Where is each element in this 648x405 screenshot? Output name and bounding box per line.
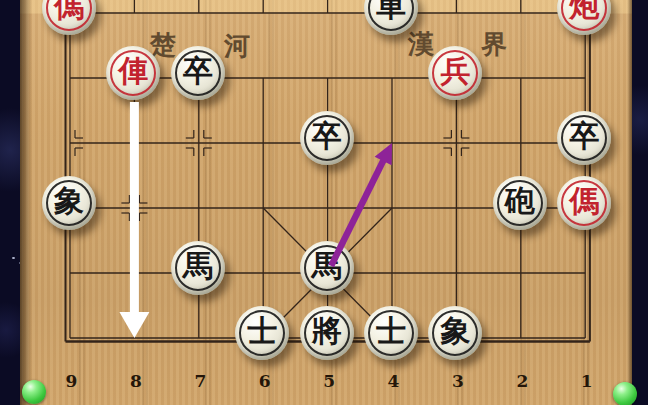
file-label-4: 4 — [388, 371, 400, 391]
board-left-bevel — [20, 0, 32, 405]
piece-glyph: 傌 — [54, 0, 84, 21]
piece-black-cannon-f2-r7[interactable]: 砲 — [493, 176, 547, 230]
board-right-bevel — [627, 0, 632, 405]
piece-glyph: 傌 — [569, 186, 599, 216]
piece-glyph: 砲 — [505, 186, 535, 216]
piece-glyph: 炮 — [569, 0, 599, 21]
piece-red-horse-f1-r7[interactable]: 傌 — [557, 176, 611, 230]
background-speck — [12, 257, 15, 259]
piece-glyph: 象 — [440, 316, 470, 346]
file-label-5: 5 — [323, 371, 335, 391]
file-label-6: 6 — [259, 371, 271, 391]
piece-black-general-f5-r9[interactable]: 將 — [300, 306, 354, 360]
piece-black-horse-f7-r8[interactable]: 馬 — [171, 241, 225, 295]
piece-glyph: 士 — [247, 316, 277, 346]
piece-glyph: 士 — [376, 316, 406, 346]
piece-black-soldier-f5-r6[interactable]: 卒 — [300, 111, 354, 165]
piece-glyph: 將 — [312, 316, 342, 346]
river-char-4: 界 — [481, 27, 507, 62]
green-ball-left-icon — [22, 380, 46, 404]
piece-black-elephant-f9-r7[interactable]: 象 — [42, 176, 96, 230]
file-label-2: 2 — [516, 371, 528, 391]
river-char-3: 漢 — [408, 27, 434, 62]
piece-glyph: 卒 — [183, 56, 213, 86]
river-char-2: 河 — [224, 29, 250, 64]
piece-black-advisor-f4-r9[interactable]: 士 — [364, 306, 418, 360]
piece-black-soldier-f1-r6[interactable]: 卒 — [557, 111, 611, 165]
file-label-3: 3 — [452, 371, 464, 391]
piece-glyph: 馬 — [312, 251, 342, 281]
piece-glyph: 兵 — [440, 56, 470, 86]
piece-glyph: 卒 — [569, 121, 599, 151]
piece-glyph: 車 — [376, 0, 406, 21]
file-label-8: 8 — [130, 371, 142, 391]
piece-glyph: 卒 — [312, 121, 342, 151]
piece-black-elephant-f3-r9[interactable]: 象 — [428, 306, 482, 360]
piece-red-soldier-f3-r5[interactable]: 兵 — [428, 46, 482, 100]
piece-glyph: 馬 — [183, 251, 213, 281]
piece-black-advisor-f6-r9[interactable]: 士 — [235, 306, 289, 360]
piece-glyph: 俥 — [118, 56, 148, 86]
piece-black-soldier-f7-r5[interactable]: 卒 — [171, 46, 225, 100]
file-label-1: 1 — [581, 371, 593, 391]
green-ball-right-icon — [613, 382, 637, 405]
piece-glyph: 象 — [54, 186, 84, 216]
file-label-9: 9 — [66, 371, 78, 391]
xiangqi-screenshot: 楚河漢界 傌車炮俥卒兵卒卒象砲傌馬馬士將士象 987654321 — [0, 0, 648, 405]
piece-black-horse-f5-r8[interactable]: 馬 — [300, 241, 354, 295]
piece-red-chariot-f8-r5[interactable]: 俥 — [106, 46, 160, 100]
file-label-7: 7 — [194, 371, 206, 391]
